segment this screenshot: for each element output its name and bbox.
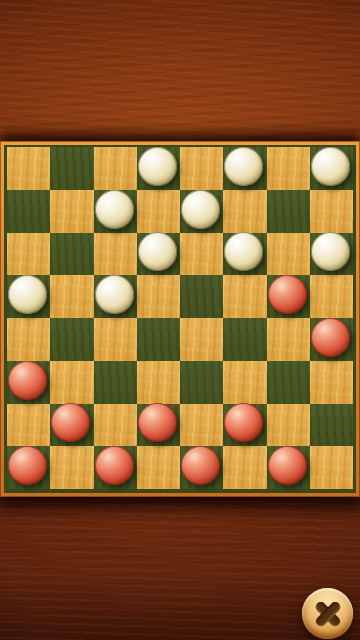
board-cell[interactable] [94,190,137,233]
close-button[interactable] [302,588,353,639]
checker-piece-red[interactable] [138,403,177,442]
board-cell[interactable] [94,318,137,361]
board-cell[interactable] [267,318,310,361]
board-cell[interactable] [180,318,223,361]
board-cell[interactable] [7,446,50,489]
board-cell[interactable] [310,404,353,447]
board-cell[interactable] [267,404,310,447]
board-cell[interactable] [7,404,50,447]
checker-piece-red[interactable] [8,446,47,485]
board-cell[interactable] [223,361,266,404]
board-cell[interactable] [223,233,266,276]
board-cell[interactable] [310,446,353,489]
board-cell[interactable] [94,361,137,404]
board-cell[interactable] [180,275,223,318]
board-cell[interactable] [137,275,180,318]
board-cell[interactable] [180,361,223,404]
board-cell[interactable] [50,446,93,489]
checker-piece-red[interactable] [311,318,350,357]
board-cell[interactable] [7,361,50,404]
board-cell[interactable] [50,361,93,404]
board-cell[interactable] [267,275,310,318]
board-cell[interactable] [223,446,266,489]
board-cell[interactable] [50,147,93,190]
board-cell[interactable] [137,404,180,447]
board-cell[interactable] [180,147,223,190]
board-cell[interactable] [94,147,137,190]
board-cell[interactable] [50,190,93,233]
board-cell[interactable] [137,233,180,276]
board-cell[interactable] [223,318,266,361]
board-cell[interactable] [7,233,50,276]
board-cell[interactable] [180,233,223,276]
checker-piece-red[interactable] [181,446,220,485]
checker-piece-red[interactable] [224,403,263,442]
board-grid [7,147,353,489]
board-cell[interactable] [7,318,50,361]
board-cell[interactable] [310,233,353,276]
board-cell[interactable] [310,275,353,318]
board-cell[interactable] [50,233,93,276]
board-cell[interactable] [180,190,223,233]
board-cell[interactable] [94,275,137,318]
board-cell[interactable] [137,361,180,404]
board-cell[interactable] [267,190,310,233]
board-cell[interactable] [137,190,180,233]
board-cell[interactable] [137,147,180,190]
checkers-board [0,141,360,497]
checker-piece-white[interactable] [224,147,263,186]
board-cell[interactable] [7,275,50,318]
board-cell[interactable] [50,275,93,318]
board-cell[interactable] [180,446,223,489]
board-frame [4,145,356,493]
board-cell[interactable] [223,275,266,318]
checker-piece-white[interactable] [95,275,134,314]
board-cell[interactable] [310,361,353,404]
board-cell[interactable] [310,318,353,361]
wood-background-top [0,0,360,141]
board-cell[interactable] [267,233,310,276]
game-screen [0,0,360,640]
board-cell[interactable] [310,147,353,190]
checker-piece-white[interactable] [138,147,177,186]
board-cell[interactable] [137,318,180,361]
board-cell[interactable] [7,147,50,190]
checker-piece-red[interactable] [51,403,90,442]
checker-piece-white[interactable] [8,275,47,314]
checker-piece-white[interactable] [224,232,263,271]
board-cell[interactable] [267,361,310,404]
checker-piece-red[interactable] [8,361,47,400]
board-cell[interactable] [223,190,266,233]
board-cell[interactable] [94,446,137,489]
board-cell[interactable] [223,404,266,447]
board-cell[interactable] [180,404,223,447]
board-cell[interactable] [267,147,310,190]
board-cell[interactable] [7,190,50,233]
board-cell[interactable] [267,446,310,489]
board-cell[interactable] [50,318,93,361]
board-cell[interactable] [223,147,266,190]
checker-piece-white[interactable] [311,232,350,271]
board-cell[interactable] [50,404,93,447]
checker-piece-red[interactable] [268,446,307,485]
board-cell[interactable] [310,190,353,233]
board-cell[interactable] [137,446,180,489]
board-cell[interactable] [94,404,137,447]
close-icon [302,588,353,639]
checker-piece-white[interactable] [181,190,220,229]
board-cell[interactable] [94,233,137,276]
checker-piece-red[interactable] [268,275,307,314]
checker-piece-white[interactable] [311,147,350,186]
checker-piece-white[interactable] [138,232,177,271]
checker-piece-red[interactable] [95,446,134,485]
checker-piece-white[interactable] [95,190,134,229]
